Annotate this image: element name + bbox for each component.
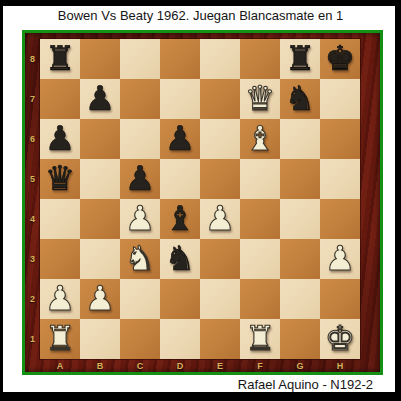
square-f6[interactable]: ♝ — [240, 119, 280, 159]
square-e8[interactable] — [200, 39, 240, 79]
square-h6[interactable] — [320, 119, 360, 159]
square-h8[interactable]: ♚ — [320, 39, 360, 79]
square-e1[interactable] — [200, 319, 240, 359]
square-c3[interactable]: ♞ — [120, 239, 160, 279]
white-pawn[interactable]: ♟ — [85, 281, 115, 315]
square-c4[interactable]: ♟ — [120, 199, 160, 239]
square-d2[interactable] — [160, 279, 200, 319]
square-c6[interactable] — [120, 119, 160, 159]
square-d8[interactable] — [160, 39, 200, 79]
square-c8[interactable] — [120, 39, 160, 79]
square-h3[interactable]: ♟ — [320, 239, 360, 279]
white-pawn[interactable]: ♟ — [205, 201, 235, 235]
black-knight[interactable]: ♞ — [165, 241, 195, 275]
square-e3[interactable] — [200, 239, 240, 279]
file-label-a: A — [40, 359, 80, 372]
square-g3[interactable] — [280, 239, 320, 279]
square-b8[interactable] — [80, 39, 120, 79]
square-b6[interactable] — [80, 119, 120, 159]
square-c1[interactable] — [120, 319, 160, 359]
chess-board: ♜♜♚♟♛♞♟♟♝♛♟♟♝♟♞♞♟♟♟♜♜♚ — [40, 39, 360, 359]
square-c2[interactable] — [120, 279, 160, 319]
square-h2[interactable] — [320, 279, 360, 319]
file-label-d: D — [160, 359, 200, 372]
black-queen[interactable]: ♛ — [45, 161, 75, 195]
square-d7[interactable] — [160, 79, 200, 119]
file-label-h: H — [320, 359, 360, 372]
rank-label-6: 6 — [25, 119, 40, 159]
author-credit: Rafael Aquino - N192-2 — [238, 377, 373, 392]
square-a3[interactable] — [40, 239, 80, 279]
square-f5[interactable] — [240, 159, 280, 199]
square-g4[interactable] — [280, 199, 320, 239]
square-e5[interactable] — [200, 159, 240, 199]
square-f3[interactable] — [240, 239, 280, 279]
rank-label-2: 2 — [25, 279, 40, 319]
file-label-e: E — [200, 359, 240, 372]
square-a7[interactable] — [40, 79, 80, 119]
square-f1[interactable]: ♜ — [240, 319, 280, 359]
square-f8[interactable] — [240, 39, 280, 79]
white-pawn[interactable]: ♟ — [45, 281, 75, 315]
square-a8[interactable]: ♜ — [40, 39, 80, 79]
file-labels: ABCDEFGH — [40, 359, 360, 372]
square-g7[interactable]: ♞ — [280, 79, 320, 119]
white-rook[interactable]: ♜ — [245, 321, 275, 355]
square-g8[interactable]: ♜ — [280, 39, 320, 79]
file-label-b: B — [80, 359, 120, 372]
rank-label-7: 7 — [25, 79, 40, 119]
square-d3[interactable]: ♞ — [160, 239, 200, 279]
outer-border-right — [395, 0, 401, 401]
black-bishop[interactable]: ♝ — [165, 201, 195, 235]
square-e7[interactable] — [200, 79, 240, 119]
square-g1[interactable] — [280, 319, 320, 359]
file-label-f: F — [240, 359, 280, 372]
square-c7[interactable] — [120, 79, 160, 119]
file-label-c: C — [120, 359, 160, 372]
rank-label-8: 8 — [25, 39, 40, 79]
black-pawn[interactable]: ♟ — [125, 161, 155, 195]
square-d1[interactable] — [160, 319, 200, 359]
white-pawn[interactable]: ♟ — [325, 241, 355, 275]
black-rook[interactable]: ♜ — [285, 41, 315, 75]
square-h7[interactable] — [320, 79, 360, 119]
square-b2[interactable]: ♟ — [80, 279, 120, 319]
square-d6[interactable]: ♟ — [160, 119, 200, 159]
file-label-g: G — [280, 359, 320, 372]
white-king[interactable]: ♚ — [325, 321, 355, 355]
black-knight[interactable]: ♞ — [285, 81, 315, 115]
square-d4[interactable]: ♝ — [160, 199, 200, 239]
white-bishop[interactable]: ♝ — [245, 121, 275, 155]
square-f7[interactable]: ♛ — [240, 79, 280, 119]
puzzle-title: Bowen Vs Beaty 1962. Juegan Blancasmate … — [0, 8, 401, 23]
black-king[interactable]: ♚ — [325, 41, 355, 75]
outer-border-left — [0, 0, 3, 401]
rank-label-4: 4 — [25, 199, 40, 239]
black-pawn[interactable]: ♟ — [45, 121, 75, 155]
board-frame: 87654321 ABCDEFGH ♜♜♚♟♛♞♟♟♝♛♟♟♝♟♞♞♟♟♟♜♜♚ — [22, 30, 383, 375]
square-g5[interactable] — [280, 159, 320, 199]
white-pawn[interactable]: ♟ — [125, 201, 155, 235]
square-a6[interactable]: ♟ — [40, 119, 80, 159]
square-c5[interactable]: ♟ — [120, 159, 160, 199]
square-f4[interactable] — [240, 199, 280, 239]
square-h1[interactable]: ♚ — [320, 319, 360, 359]
square-b1[interactable] — [80, 319, 120, 359]
square-a4[interactable] — [40, 199, 80, 239]
rank-label-1: 1 — [25, 319, 40, 359]
white-knight[interactable]: ♞ — [125, 241, 155, 275]
chess-puzzle-page: Bowen Vs Beaty 1962. Juegan Blancasmate … — [0, 0, 401, 401]
black-pawn[interactable]: ♟ — [165, 121, 195, 155]
white-rook[interactable]: ♜ — [45, 321, 75, 355]
square-d5[interactable] — [160, 159, 200, 199]
square-b7[interactable]: ♟ — [80, 79, 120, 119]
square-a2[interactable]: ♟ — [40, 279, 80, 319]
square-b3[interactable] — [80, 239, 120, 279]
square-h5[interactable] — [320, 159, 360, 199]
square-a1[interactable]: ♜ — [40, 319, 80, 359]
square-e2[interactable] — [200, 279, 240, 319]
square-e6[interactable] — [200, 119, 240, 159]
rank-labels: 87654321 — [25, 39, 40, 359]
square-b5[interactable] — [80, 159, 120, 199]
square-h4[interactable] — [320, 199, 360, 239]
black-pawn[interactable]: ♟ — [85, 81, 115, 115]
white-queen[interactable]: ♛ — [245, 81, 275, 115]
outer-border-top — [0, 0, 401, 6]
rank-label-3: 3 — [25, 239, 40, 279]
square-e4[interactable]: ♟ — [200, 199, 240, 239]
square-g6[interactable] — [280, 119, 320, 159]
black-rook[interactable]: ♜ — [45, 41, 75, 75]
square-a5[interactable]: ♛ — [40, 159, 80, 199]
outer-border-bottom — [0, 392, 401, 401]
square-b4[interactable] — [80, 199, 120, 239]
square-f2[interactable] — [240, 279, 280, 319]
square-g2[interactable] — [280, 279, 320, 319]
rank-label-5: 5 — [25, 159, 40, 199]
